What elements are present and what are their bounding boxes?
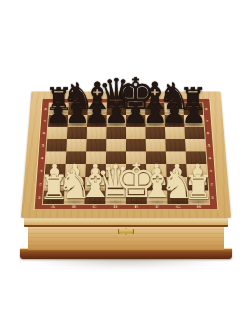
board-front-edge xyxy=(24,218,228,227)
square-d5[interactable] xyxy=(106,139,126,151)
brass-clasp-icon xyxy=(118,228,134,235)
square-f5[interactable] xyxy=(146,139,166,151)
square-g5[interactable] xyxy=(165,139,185,151)
piece-black-pawn[interactable]: ♟ xyxy=(172,100,216,128)
storage-box-front xyxy=(28,224,224,250)
square-e5[interactable] xyxy=(126,139,146,151)
coord-label-5: 5 xyxy=(205,139,213,151)
square-c5[interactable] xyxy=(86,139,106,151)
square-a5[interactable] xyxy=(46,139,67,151)
square-h5[interactable] xyxy=(185,139,206,151)
square-b5[interactable] xyxy=(66,139,86,151)
piece-white-rook[interactable]: ♜ xyxy=(176,171,220,204)
chess-set-photo: ABCDEFGH ABCDEFGH 87654321 87654321 ♜♞♝♛… xyxy=(0,0,246,328)
pieces-layer: ♜♞♝♛♚♝♞♜♟♟♟♟♟♟♟♟♟♟♟♟♟♟♟♟♜♞♝♛♚♝♞♜ xyxy=(0,0,246,328)
